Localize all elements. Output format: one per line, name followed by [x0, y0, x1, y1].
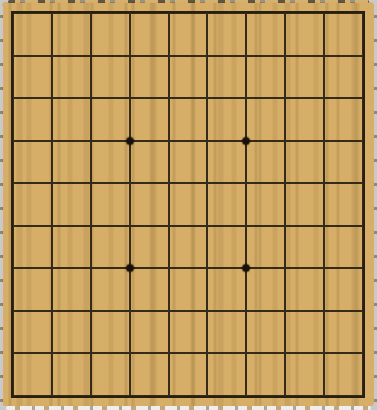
board-cell[interactable] — [207, 98, 246, 141]
board-cell[interactable] — [207, 311, 246, 354]
board-cell[interactable] — [246, 183, 285, 226]
board-cell[interactable] — [324, 56, 363, 99]
board-cell[interactable] — [13, 268, 52, 311]
board-cell[interactable] — [13, 183, 52, 226]
board-cell[interactable] — [246, 226, 285, 269]
board-cell[interactable] — [91, 353, 130, 396]
board-cell[interactable] — [130, 56, 169, 99]
board-cell[interactable] — [130, 226, 169, 269]
board-cell[interactable] — [13, 13, 52, 56]
board-cell[interactable] — [13, 311, 52, 354]
board-cell[interactable] — [207, 183, 246, 226]
board-cell[interactable] — [52, 353, 91, 396]
board-cell[interactable] — [246, 13, 285, 56]
board-cell[interactable] — [207, 268, 246, 311]
board-cell[interactable] — [91, 311, 130, 354]
star-point — [243, 265, 250, 272]
board-cell[interactable] — [169, 141, 208, 184]
board-cell[interactable] — [91, 268, 130, 311]
board-cell[interactable] — [169, 226, 208, 269]
board-cell[interactable] — [285, 226, 324, 269]
board-cell[interactable] — [285, 268, 324, 311]
board-rough-edge-bottom — [6, 406, 371, 410]
board-cell[interactable] — [207, 353, 246, 396]
board-cell[interactable] — [91, 13, 130, 56]
board-cell[interactable] — [52, 98, 91, 141]
board-cell[interactable] — [130, 183, 169, 226]
board-cell[interactable] — [52, 311, 91, 354]
star-point — [243, 137, 250, 144]
shogi-board-screenshot — [0, 0, 377, 410]
board-cell[interactable] — [285, 353, 324, 396]
board-cell[interactable] — [130, 141, 169, 184]
board-cell[interactable] — [91, 183, 130, 226]
board-cell[interactable] — [246, 56, 285, 99]
board-cell[interactable] — [52, 141, 91, 184]
board-cell[interactable] — [207, 13, 246, 56]
board-cell[interactable] — [13, 56, 52, 99]
board-cell[interactable] — [285, 141, 324, 184]
star-point — [126, 265, 133, 272]
board-cell[interactable] — [246, 268, 285, 311]
board-cell[interactable] — [13, 226, 52, 269]
board-cell[interactable] — [91, 98, 130, 141]
board-cell[interactable] — [169, 98, 208, 141]
board-cell[interactable] — [52, 183, 91, 226]
board-cell[interactable] — [246, 311, 285, 354]
board-cell[interactable] — [246, 141, 285, 184]
board-cell[interactable] — [13, 353, 52, 396]
board-cell[interactable] — [169, 311, 208, 354]
board-cell[interactable] — [130, 13, 169, 56]
board-cell[interactable] — [285, 98, 324, 141]
board-cell[interactable] — [285, 13, 324, 56]
board-cell[interactable] — [246, 98, 285, 141]
board-rough-edge-left — [0, 6, 3, 404]
board-cell[interactable] — [285, 183, 324, 226]
shogi-board-grid — [11, 11, 365, 398]
board-cell[interactable] — [13, 141, 52, 184]
board-cell[interactable] — [130, 353, 169, 396]
board-cell[interactable] — [52, 56, 91, 99]
board-cell[interactable] — [324, 226, 363, 269]
board-cell[interactable] — [91, 141, 130, 184]
board-cell[interactable] — [130, 98, 169, 141]
board-cell[interactable] — [52, 13, 91, 56]
board-cell[interactable] — [169, 183, 208, 226]
board-cell[interactable] — [285, 56, 324, 99]
board-cell[interactable] — [13, 98, 52, 141]
board-cell[interactable] — [130, 311, 169, 354]
board-cell[interactable] — [52, 226, 91, 269]
board-cell[interactable] — [52, 268, 91, 311]
board-cell[interactable] — [324, 268, 363, 311]
board-cell[interactable] — [169, 353, 208, 396]
board-cell[interactable] — [169, 268, 208, 311]
board-cell[interactable] — [324, 311, 363, 354]
board-cell[interactable] — [207, 141, 246, 184]
star-point — [126, 137, 133, 144]
board-rough-edge-top — [8, 0, 369, 3]
board-cell[interactable] — [207, 56, 246, 99]
board-cell[interactable] — [169, 56, 208, 99]
board-cell[interactable] — [324, 183, 363, 226]
board-cell[interactable] — [169, 13, 208, 56]
board-cell[interactable] — [324, 353, 363, 396]
board-cell[interactable] — [324, 13, 363, 56]
board-cell[interactable] — [130, 268, 169, 311]
board-cell[interactable] — [207, 226, 246, 269]
board-cell[interactable] — [91, 226, 130, 269]
board-cell[interactable] — [246, 353, 285, 396]
board-cell[interactable] — [285, 311, 324, 354]
board-cell[interactable] — [324, 141, 363, 184]
board-cell[interactable] — [324, 98, 363, 141]
board-cell[interactable] — [91, 56, 130, 99]
